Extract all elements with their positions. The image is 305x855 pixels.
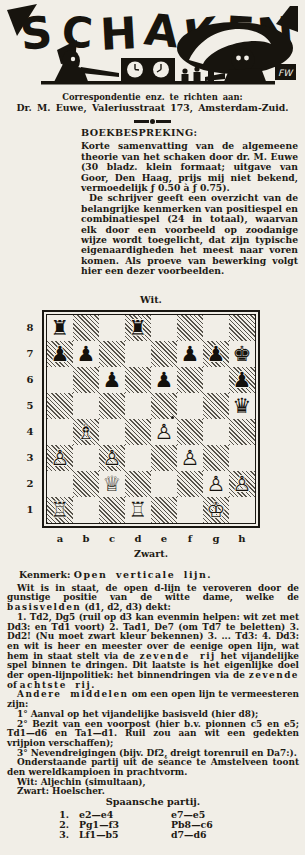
left-player-arm — [81, 67, 119, 77]
square-b3 — [73, 445, 99, 471]
analysis-text-spaced: achtste rij. — [20, 680, 96, 690]
square-a6 — [47, 367, 73, 393]
kenmerk-line: Kenmerk: Open verticale lijn. — [7, 570, 299, 580]
square-d5 — [125, 393, 151, 419]
masthead-letter: S — [18, 6, 55, 60]
right-player-glasses — [236, 56, 241, 61]
piece-black-queen: ♛ — [233, 393, 252, 419]
correspondence-line: Correspondentie enz. te richten aan: — [0, 92, 305, 102]
book-review-paragraph: De schrijver geeft een overzicht van de … — [81, 193, 298, 276]
square-a2 — [47, 471, 73, 497]
square-f1 — [177, 497, 203, 523]
analysis-text: Wit is in staat, de open d-lijn te verov… — [7, 583, 299, 603]
file-label-b: b — [73, 533, 99, 544]
square-b7: ♟ — [73, 341, 99, 367]
print-speck — [171, 416, 174, 419]
square-e4: ♙ — [151, 419, 177, 445]
piece-black-pawn: ♟ — [103, 367, 122, 393]
square-a7: ♟ — [47, 341, 73, 367]
opening-name: Spaansche partij. — [7, 797, 299, 807]
chess-board: ♜♜♟♟♟♟♚♟♟♟♛♗♙♙♙♙♕♙♙♖♖♔ — [42, 310, 260, 528]
analysis-text-spaced: zevende — [249, 670, 299, 680]
move-number: 3. — [47, 830, 69, 840]
square-h6: ♟ — [229, 367, 255, 393]
square-f6 — [177, 367, 203, 393]
piece-black-pawn: ♟ — [155, 367, 174, 393]
square-e7 — [151, 341, 177, 367]
analysis-text-spaced: zevende rij — [140, 651, 216, 661]
piece-white-king: ♔ — [207, 497, 226, 523]
square-g1: ♔ — [203, 497, 229, 523]
left-player-eye — [71, 57, 75, 61]
square-h2: ♙ — [229, 471, 255, 497]
masthead-woodcut: SCHAKEN FW — [7, 4, 298, 90]
analysis-paragraph: Onderstaande partij uit de séance te Ams… — [7, 758, 299, 777]
piece-white-queen: ♕ — [103, 471, 122, 497]
square-d1: ♖ — [125, 497, 151, 523]
analysis-paragraph: Andere middelen om een open lijn te verm… — [7, 690, 299, 709]
square-d2 — [125, 471, 151, 497]
square-h3 — [229, 445, 255, 471]
move-row: 3.Lf1—b5d7—d6 — [47, 830, 259, 840]
piece-black-king: ♚ — [233, 341, 252, 367]
kenmerk-label: Kenmerk: — [19, 569, 71, 580]
right-player-body — [223, 68, 267, 84]
piece-black-pawn: ♟ — [181, 341, 200, 367]
square-d7 — [125, 341, 151, 367]
square-h7: ♚ — [229, 341, 255, 367]
square-a1: ♖ — [47, 497, 73, 523]
kenmerk-value: Open verticale lijn. — [74, 569, 212, 580]
square-d8: ♜ — [125, 315, 151, 341]
square-f7: ♟ — [177, 341, 203, 367]
divider-bar — [134, 120, 149, 122]
square-b4: ♗ — [73, 419, 99, 445]
correspondence-address: Dr. M. Euwe, Valeriusstraat 173, Amsterd… — [0, 102, 305, 113]
square-b1 — [73, 497, 99, 523]
rank-labels: 87654321 — [22, 315, 38, 523]
square-c4 — [99, 419, 125, 445]
piece-white-pawn: ♙ — [181, 445, 200, 471]
white-move: Lf1—b5 — [79, 830, 171, 840]
file-label-c: c — [99, 533, 125, 544]
square-e8 — [151, 315, 177, 341]
square-a5 — [47, 393, 73, 419]
file-label-g: g — [203, 533, 229, 544]
right-player-glasses2 — [244, 56, 249, 61]
square-h4 — [229, 419, 255, 445]
diagram-bottom-label: Zwart. — [42, 548, 260, 559]
analysis-text: of — [7, 680, 20, 690]
file-label-d: d — [125, 533, 151, 544]
square-g8 — [203, 315, 229, 341]
square-e1 — [151, 497, 177, 523]
square-c5 — [99, 393, 125, 419]
black-move: d7—d6 — [171, 830, 259, 840]
square-e3 — [151, 445, 177, 471]
square-b8 — [73, 315, 99, 341]
analysis-text: (d1, d2, d3) dekt: — [81, 602, 170, 612]
square-d3 — [125, 445, 151, 471]
file-label-a: a — [47, 533, 73, 544]
square-e2 — [151, 471, 177, 497]
square-f8 — [177, 315, 203, 341]
rank-label-4: 4 — [22, 419, 38, 445]
piece-black-rook: ♜ — [129, 315, 148, 341]
left-player-body — [53, 64, 89, 84]
analysis-section: Kenmerk: Open verticale lijn. Wit is in … — [7, 570, 299, 840]
section-divider — [0, 119, 305, 124]
square-f3: ♙ — [177, 445, 203, 471]
square-d4 — [125, 419, 151, 445]
square-c1 — [99, 497, 125, 523]
square-d6 — [125, 367, 151, 393]
chess-board-grid: ♜♜♟♟♟♟♚♟♟♟♛♗♙♙♙♙♕♙♙♖♖♔ — [46, 314, 256, 524]
square-h5: ♛ — [229, 393, 255, 419]
analysis-variation: 1. Td2, Dg5 (ruil op d3 kan evenmin help… — [7, 613, 299, 691]
square-g2: ♙ — [203, 471, 229, 497]
square-e6: ♟ — [151, 367, 177, 393]
book-review-section: BOEKBESPREKING: Korte samenvatting van d… — [81, 128, 298, 277]
square-b2 — [73, 471, 99, 497]
diagram-top-label: Wit. — [42, 294, 260, 305]
square-a3: ♙ — [47, 445, 73, 471]
piece-black-pawn: ♟ — [233, 367, 252, 393]
square-f4 — [177, 419, 203, 445]
rank-label-6: 6 — [22, 367, 38, 393]
masthead-letter: A — [142, 4, 181, 58]
analysis-text-spaced: Andere middelen — [17, 689, 129, 699]
masthead-letter: H — [99, 7, 138, 60]
artist-monogram: FW — [278, 68, 294, 78]
square-g5 — [203, 393, 229, 419]
square-a8: ♜ — [47, 315, 73, 341]
piece-white-pawn: ♙ — [233, 471, 252, 497]
analysis-text-spaced: basisvelden — [7, 602, 81, 612]
piece-white-rook: ♖ — [129, 497, 148, 523]
analysis-list-item: 2° Bezit van een voorpost (hier b.v. pio… — [7, 720, 299, 749]
square-c2: ♕ — [99, 471, 125, 497]
file-label-e: e — [151, 533, 177, 544]
piece-white-bishop: ♗ — [77, 419, 96, 445]
rank-label-8: 8 — [22, 315, 38, 341]
square-h8 — [229, 315, 255, 341]
piece-white-pawn: ♙ — [207, 471, 226, 497]
piece-white-pawn: ♙ — [155, 419, 174, 445]
book-review-heading: BOEKBESPREKING: — [81, 128, 298, 138]
move-list: 1.e2—e4e7—e52.Pg1—f3Pb8—c63.Lf1—b5d7—d6 — [47, 810, 259, 840]
file-label-f: f — [177, 533, 203, 544]
square-g3 — [203, 445, 229, 471]
piece-white-rook: ♖ — [51, 497, 70, 523]
piece-white-pawn: ♙ — [103, 445, 122, 471]
piece-black-pawn: ♟ — [51, 341, 70, 367]
piece-black-pawn: ♟ — [77, 341, 96, 367]
square-g4 — [203, 419, 229, 445]
piece-black-rook: ♜ — [51, 315, 70, 341]
rank-label-5: 5 — [22, 393, 38, 419]
divider-dot-icon — [150, 119, 155, 124]
square-b6 — [73, 367, 99, 393]
book-review-paragraph: Korte samenvatting van de algemeene theo… — [81, 141, 298, 193]
divider-bar — [156, 120, 171, 122]
square-g7: ♟ — [203, 341, 229, 367]
piece-black-pawn: ♟ — [207, 341, 226, 367]
rank-label-3: 3 — [22, 445, 38, 471]
rank-label-1: 1 — [22, 497, 38, 523]
file-labels: abcdefgh — [47, 533, 255, 544]
square-g6 — [203, 367, 229, 393]
right-player-head — [232, 49, 255, 72]
newspaper-chess-column: SCHAKEN FW Correspondentie enz. te richt… — [0, 0, 305, 855]
square-c3: ♙ — [99, 445, 125, 471]
square-f5 — [177, 393, 203, 419]
square-h1 — [229, 497, 255, 523]
square-a4 — [47, 419, 73, 445]
square-c7 — [99, 341, 125, 367]
piece-white-pawn: ♙ — [51, 445, 70, 471]
square-e5 — [151, 393, 177, 419]
square-c6: ♟ — [99, 367, 125, 393]
analysis-paragraph: Wit is in staat, de open d-lijn te verov… — [7, 584, 299, 613]
square-b5 — [73, 393, 99, 419]
square-c8 — [99, 315, 125, 341]
file-label-h: h — [229, 533, 255, 544]
rank-label-7: 7 — [22, 341, 38, 367]
rank-label-2: 2 — [22, 471, 38, 497]
square-f2 — [177, 471, 203, 497]
